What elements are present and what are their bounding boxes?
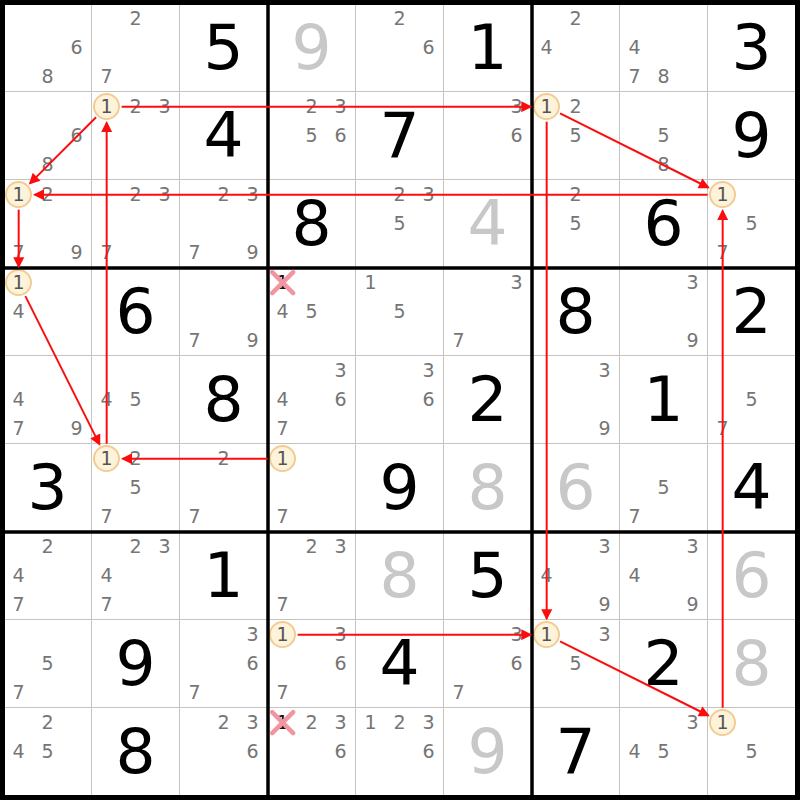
candidate-1: 1: [93, 93, 120, 120]
given-digit: 1: [620, 356, 707, 443]
candidate-5: 5: [561, 121, 590, 150]
cell-r9c5[interactable]: 1236: [356, 708, 444, 796]
candidates: 27: [180, 444, 267, 531]
given-digit: 7: [356, 92, 443, 179]
candidate-7: 7: [268, 414, 297, 443]
solved-digit: 6: [532, 444, 619, 531]
candidate-3: 3: [502, 92, 531, 121]
given-digit: 1: [180, 532, 267, 619]
cell-r5c1[interactable]: 479: [4, 356, 92, 444]
given-digit: 8: [180, 356, 267, 443]
given-digit: 8: [268, 180, 355, 267]
cell-r3c6[interactable]: 4: [444, 180, 532, 268]
candidate-6: 6: [502, 121, 531, 150]
candidate-1: 1: [93, 445, 120, 472]
candidate-3: 3: [590, 620, 619, 649]
solved-digit: 6: [708, 532, 795, 619]
candidates: 2356: [268, 92, 355, 179]
candidate-3: 3: [590, 532, 619, 561]
candidate-5: 5: [385, 209, 414, 238]
candidate-7: 7: [180, 326, 209, 355]
cell-r9c9[interactable]: 15: [708, 708, 796, 796]
cell-r5c4[interactable]: 3467: [268, 356, 356, 444]
candidate-6: 6: [326, 649, 355, 678]
cell-r6c7[interactable]: 6: [532, 444, 620, 532]
cell-r9c6[interactable]: 9: [444, 708, 532, 796]
candidate-3: 3: [326, 708, 355, 737]
candidate-2: 2: [33, 532, 62, 561]
candidates: 478: [620, 4, 707, 91]
candidate-1: 1: [268, 708, 297, 737]
candidate-5: 5: [737, 385, 766, 414]
cell-r3c5[interactable]: 235: [356, 180, 444, 268]
candidate-5: 5: [649, 473, 678, 502]
given-digit: 9: [356, 444, 443, 531]
given-digit: 6: [92, 268, 179, 355]
candidate-7: 7: [268, 678, 297, 707]
candidate-4: 4: [4, 385, 33, 414]
candidate-2: 2: [385, 4, 414, 33]
candidates: 68: [4, 92, 91, 179]
cell-r5c8[interactable]: 1: [620, 356, 708, 444]
candidate-2: 2: [209, 444, 238, 473]
solved-digit: 8: [356, 532, 443, 619]
candidates: 157: [708, 180, 795, 267]
candidate-6: 6: [414, 737, 443, 766]
candidate-7: 7: [4, 590, 33, 619]
candidate-3: 3: [678, 708, 707, 737]
cell-r3c9[interactable]: 157: [708, 180, 796, 268]
given-digit: 4: [708, 444, 795, 531]
cell-r8c8[interactable]: 2: [620, 620, 708, 708]
candidate-7: 7: [620, 502, 649, 531]
cell-r2c9[interactable]: 9: [708, 92, 796, 180]
candidates: 15: [708, 708, 795, 795]
candidate-2: 2: [385, 708, 414, 737]
candidate-4: 4: [620, 737, 649, 766]
candidates: 57: [4, 620, 91, 707]
candidates: 1257: [92, 444, 179, 531]
candidate-6: 6: [326, 737, 355, 766]
cell-r6c8[interactable]: 57: [620, 444, 708, 532]
candidates: 349: [620, 532, 707, 619]
candidate-2: 2: [297, 532, 326, 561]
candidate-7: 7: [180, 678, 209, 707]
cell-r3c7[interactable]: 25: [532, 180, 620, 268]
candidates: 235: [356, 180, 443, 267]
candidates: 15: [356, 268, 443, 355]
candidate-5: 5: [561, 649, 590, 678]
candidate-4: 4: [4, 297, 33, 326]
cell-r6c9[interactable]: 4: [708, 444, 796, 532]
candidate-7: 7: [708, 414, 737, 443]
candidate-3: 3: [150, 92, 179, 121]
candidate-2: 2: [385, 180, 414, 209]
candidates: 57: [620, 444, 707, 531]
candidate-7: 7: [620, 62, 649, 91]
given-digit: 3: [708, 4, 795, 91]
candidate-1: 1: [709, 709, 736, 736]
cell-r9c1[interactable]: 245: [4, 708, 92, 796]
cell-r4c9[interactable]: 2: [708, 268, 796, 356]
sudoku-board: 6827592612447836812342356736125589127923…: [0, 0, 800, 800]
candidate-7: 7: [92, 590, 121, 619]
candidates: 27: [92, 4, 179, 91]
given-digit: 2: [444, 356, 531, 443]
cell-r5c5[interactable]: 36: [356, 356, 444, 444]
candidate-2: 2: [121, 444, 150, 473]
candidate-5: 5: [737, 209, 766, 238]
candidates: 135: [532, 620, 619, 707]
candidate-6: 6: [62, 33, 91, 62]
candidate-7: 7: [708, 238, 737, 267]
candidate-3: 3: [326, 620, 355, 649]
cell-r7c1[interactable]: 247: [4, 532, 92, 620]
candidate-2: 2: [121, 532, 150, 561]
candidate-5: 5: [385, 297, 414, 326]
candidate-3: 3: [238, 180, 267, 209]
cell-r8c7[interactable]: 135: [532, 620, 620, 708]
solved-digit: 8: [444, 444, 531, 531]
candidate-7: 7: [4, 678, 33, 707]
candidates: 349: [532, 532, 619, 619]
candidate-4: 4: [532, 561, 561, 590]
candidates: 245: [4, 708, 91, 795]
candidate-8: 8: [33, 150, 62, 179]
cell-r4c8[interactable]: 39: [620, 268, 708, 356]
candidate-1: 1: [533, 93, 560, 120]
candidate-6: 6: [238, 737, 267, 766]
cell-r4c2[interactable]: 6: [92, 268, 180, 356]
given-digit: 4: [356, 620, 443, 707]
candidates: 36: [444, 92, 531, 179]
solved-digit: 9: [444, 708, 531, 795]
candidate-7: 7: [92, 502, 121, 531]
cell-r4c6[interactable]: 37: [444, 268, 532, 356]
solved-digit: 4: [444, 180, 531, 267]
cell-r4c1[interactable]: 14: [4, 268, 92, 356]
candidate-7: 7: [180, 502, 209, 531]
candidate-2: 2: [33, 180, 62, 209]
candidate-2: 2: [121, 180, 150, 209]
candidate-7: 7: [92, 62, 121, 91]
cell-r1c9[interactable]: 3: [708, 4, 796, 92]
cell-r2c8[interactable]: 58: [620, 92, 708, 180]
candidate-1: 1: [5, 181, 32, 208]
candidates: 39: [620, 268, 707, 355]
candidate-6: 6: [326, 121, 355, 150]
candidate-1: 1: [269, 621, 296, 648]
candidate-9: 9: [590, 590, 619, 619]
cell-r3c3[interactable]: 2379: [180, 180, 268, 268]
candidate-4: 4: [4, 737, 33, 766]
candidate-4: 4: [92, 561, 121, 590]
candidate-5: 5: [737, 737, 766, 766]
candidate-9: 9: [238, 326, 267, 355]
given-digit: 7: [532, 708, 619, 795]
candidates: 1236: [356, 708, 443, 795]
cell-r7c9[interactable]: 6: [708, 532, 796, 620]
candidate-2: 2: [297, 708, 326, 737]
candidate-6: 6: [414, 385, 443, 414]
given-digit: 5: [444, 532, 531, 619]
candidates: 36: [356, 356, 443, 443]
candidate-4: 4: [4, 561, 33, 590]
candidates: 1236: [268, 708, 355, 795]
cell-r5c7[interactable]: 39: [532, 356, 620, 444]
candidate-6: 6: [502, 649, 531, 678]
candidates: 37: [444, 268, 531, 355]
candidates: 68: [4, 4, 91, 91]
candidate-3: 3: [678, 268, 707, 297]
cell-r6c4[interactable]: 17: [268, 444, 356, 532]
cell-r3c1[interactable]: 1279: [4, 180, 92, 268]
candidates: 25: [532, 180, 619, 267]
solved-digit: 8: [708, 620, 795, 707]
candidates: 123: [92, 92, 179, 179]
cell-r9c4[interactable]: 1236: [268, 708, 356, 796]
candidate-5: 5: [121, 473, 150, 502]
candidates: 479: [4, 356, 91, 443]
cell-r4c7[interactable]: 8: [532, 268, 620, 356]
cell-r1c2[interactable]: 27: [92, 4, 180, 92]
candidate-6: 6: [62, 121, 91, 150]
candidate-4: 4: [532, 33, 561, 62]
candidate-6: 6: [326, 385, 355, 414]
cell-r7c2[interactable]: 2347: [92, 532, 180, 620]
candidates: 367: [444, 620, 531, 707]
cell-r2c5[interactable]: 7: [356, 92, 444, 180]
cell-r2c4[interactable]: 2356: [268, 92, 356, 180]
cell-r1c8[interactable]: 478: [620, 4, 708, 92]
given-digit: 6: [620, 180, 707, 267]
candidate-1: 1: [709, 181, 736, 208]
cell-r7c8[interactable]: 349: [620, 532, 708, 620]
candidate-9: 9: [678, 326, 707, 355]
cell-r8c5[interactable]: 4: [356, 620, 444, 708]
candidates: 1279: [4, 180, 91, 267]
candidates: 3467: [268, 356, 355, 443]
candidate-7: 7: [444, 678, 473, 707]
cell-r9c2[interactable]: 8: [92, 708, 180, 796]
candidate-4: 4: [268, 297, 297, 326]
cell-r4c5[interactable]: 15: [356, 268, 444, 356]
candidate-1: 1: [268, 268, 297, 297]
candidate-2: 2: [121, 92, 150, 121]
cell-r2c3[interactable]: 4: [180, 92, 268, 180]
cell-r8c6[interactable]: 367: [444, 620, 532, 708]
candidate-3: 3: [590, 356, 619, 385]
candidate-2: 2: [561, 92, 590, 121]
candidate-1: 1: [269, 445, 296, 472]
candidate-6: 6: [238, 649, 267, 678]
candidate-3: 3: [326, 356, 355, 385]
candidate-7: 7: [4, 414, 33, 443]
cell-r8c1[interactable]: 57: [4, 620, 92, 708]
candidate-8: 8: [649, 62, 678, 91]
candidate-3: 3: [326, 532, 355, 561]
candidate-2: 2: [561, 180, 590, 209]
candidate-4: 4: [268, 385, 297, 414]
candidate-5: 5: [297, 121, 326, 150]
candidates: 145: [268, 268, 355, 355]
candidate-5: 5: [561, 209, 590, 238]
candidate-9: 9: [62, 238, 91, 267]
cell-r8c2[interactable]: 9: [92, 620, 180, 708]
candidate-8: 8: [649, 150, 678, 179]
candidate-2: 2: [33, 708, 62, 737]
cell-r1c1[interactable]: 68: [4, 4, 92, 92]
candidate-2: 2: [209, 708, 238, 737]
cell-r1c5[interactable]: 26: [356, 4, 444, 92]
given-digit: 9: [708, 92, 795, 179]
candidate-5: 5: [297, 297, 326, 326]
candidate-5: 5: [33, 737, 62, 766]
candidate-9: 9: [678, 590, 707, 619]
candidates: 247: [4, 532, 91, 619]
cell-r9c7[interactable]: 7: [532, 708, 620, 796]
candidate-8: 8: [33, 62, 62, 91]
candidate-7: 7: [268, 590, 297, 619]
candidates: 14: [4, 268, 91, 355]
candidate-7: 7: [4, 238, 33, 267]
candidate-5: 5: [121, 385, 150, 414]
cell-r5c6[interactable]: 2: [444, 356, 532, 444]
cell-r6c3[interactable]: 27: [180, 444, 268, 532]
cell-r9c3[interactable]: 236: [180, 708, 268, 796]
candidates: 237: [92, 180, 179, 267]
candidates: 2347: [92, 532, 179, 619]
cell-r1c4[interactable]: 9: [268, 4, 356, 92]
candidate-1: 1: [356, 268, 385, 297]
cell-r2c2[interactable]: 123: [92, 92, 180, 180]
cell-r3c8[interactable]: 6: [620, 180, 708, 268]
candidates: 24: [532, 4, 619, 91]
candidate-3: 3: [678, 532, 707, 561]
given-digit: 8: [92, 708, 179, 795]
candidate-1: 1: [356, 708, 385, 737]
candidate-9: 9: [238, 238, 267, 267]
cell-r8c3[interactable]: 367: [180, 620, 268, 708]
cell-r5c3[interactable]: 8: [180, 356, 268, 444]
candidate-3: 3: [150, 532, 179, 561]
cell-r7c5[interactable]: 8: [356, 532, 444, 620]
cell-r7c4[interactable]: 237: [268, 532, 356, 620]
candidates: 45: [92, 356, 179, 443]
candidate-4: 4: [92, 385, 121, 414]
candidate-3: 3: [326, 92, 355, 121]
cell-r7c3[interactable]: 1: [180, 532, 268, 620]
candidate-7: 7: [268, 502, 297, 531]
given-digit: 8: [532, 268, 619, 355]
cell-r6c5[interactable]: 9: [356, 444, 444, 532]
candidate-5: 5: [649, 737, 678, 766]
cell-r3c4[interactable]: 8: [268, 180, 356, 268]
candidate-1: 1: [533, 621, 560, 648]
candidates: 236: [180, 708, 267, 795]
candidates: 79: [180, 268, 267, 355]
given-digit: 9: [92, 620, 179, 707]
candidate-9: 9: [62, 414, 91, 443]
candidate-3: 3: [502, 268, 531, 297]
cell-r5c9[interactable]: 57: [708, 356, 796, 444]
candidate-3: 3: [414, 356, 443, 385]
cell-r6c6[interactable]: 8: [444, 444, 532, 532]
candidate-4: 4: [620, 33, 649, 62]
cell-r3c2[interactable]: 237: [92, 180, 180, 268]
candidates: 1367: [268, 620, 355, 707]
given-digit: 5: [180, 4, 267, 91]
candidates: 17: [268, 444, 355, 531]
cell-r5c2[interactable]: 45: [92, 356, 180, 444]
cell-r1c3[interactable]: 5: [180, 4, 268, 92]
cell-r2c7[interactable]: 125: [532, 92, 620, 180]
given-digit: 2: [708, 268, 795, 355]
candidate-3: 3: [414, 180, 443, 209]
candidate-3: 3: [502, 620, 531, 649]
cell-r6c1[interactable]: 3: [4, 444, 92, 532]
candidate-6: 6: [414, 33, 443, 62]
cell-r7c6[interactable]: 5: [444, 532, 532, 620]
cell-r8c9[interactable]: 8: [708, 620, 796, 708]
cell-r2c1[interactable]: 68: [4, 92, 92, 180]
candidates: 367: [180, 620, 267, 707]
candidates: 2379: [180, 180, 267, 267]
candidate-3: 3: [414, 708, 443, 737]
candidate-2: 2: [209, 180, 238, 209]
candidates: 26: [356, 4, 443, 91]
candidates: 237: [268, 532, 355, 619]
candidate-5: 5: [649, 121, 678, 150]
candidates: 345: [620, 708, 707, 795]
solved-digit: 9: [268, 4, 355, 91]
cell-r7c7[interactable]: 349: [532, 532, 620, 620]
cell-r4c3[interactable]: 79: [180, 268, 268, 356]
cell-r9c8[interactable]: 345: [620, 708, 708, 796]
cell-r6c2[interactable]: 1257: [92, 444, 180, 532]
candidates: 39: [532, 356, 619, 443]
candidate-1: 1: [5, 269, 32, 296]
given-digit: 3: [4, 444, 91, 531]
candidate-3: 3: [238, 620, 267, 649]
candidates: 57: [708, 356, 795, 443]
candidates: 58: [620, 92, 707, 179]
candidate-9: 9: [590, 414, 619, 443]
given-digit: 1: [444, 4, 531, 91]
cell-r1c6[interactable]: 1: [444, 4, 532, 92]
cell-r2c6[interactable]: 36: [444, 92, 532, 180]
candidate-3: 3: [150, 180, 179, 209]
given-digit: 2: [620, 620, 707, 707]
given-digit: 4: [180, 92, 267, 179]
cell-r4c4[interactable]: 145: [268, 268, 356, 356]
candidate-3: 3: [238, 708, 267, 737]
candidate-7: 7: [180, 238, 209, 267]
candidate-7: 7: [92, 238, 121, 267]
candidate-4: 4: [620, 561, 649, 590]
cell-r1c7[interactable]: 24: [532, 4, 620, 92]
cell-r8c4[interactable]: 1367: [268, 620, 356, 708]
candidates: 125: [532, 92, 619, 179]
candidate-5: 5: [33, 649, 62, 678]
candidate-2: 2: [297, 92, 326, 121]
candidate-7: 7: [444, 326, 473, 355]
candidate-2: 2: [561, 4, 590, 33]
candidate-2: 2: [121, 4, 150, 33]
